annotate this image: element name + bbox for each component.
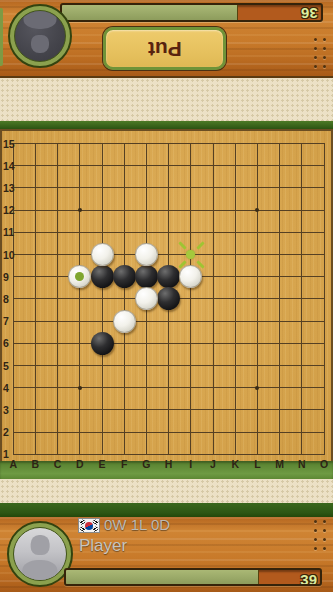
star-point (255, 208, 259, 212)
rivet-dot (323, 65, 326, 68)
bottom-panel-top-edge (0, 503, 333, 517)
row-label: 3 (3, 404, 16, 416)
row-label: 14 (3, 160, 16, 172)
grid-line-h (13, 409, 325, 410)
col-label: C (51, 458, 65, 470)
top-timer-bar: 36 (60, 3, 323, 22)
top-timer-value: 36 (301, 6, 318, 21)
app-screen: 36 Put 151413121110987654321ABCDEFGHIJKL… (0, 0, 333, 592)
col-label: L (250, 458, 264, 470)
col-label: D (73, 458, 87, 470)
row-label: 8 (3, 293, 16, 305)
board-frame-top (0, 121, 333, 129)
row-label: 2 (3, 426, 16, 438)
black-stone (157, 265, 180, 288)
rivet-dot (314, 547, 317, 550)
black-stone (113, 265, 136, 288)
star-point (78, 208, 82, 212)
rivet-dot (314, 56, 317, 59)
bottom-timer-value: 39 (300, 572, 317, 586)
row-label: 15 (3, 138, 16, 150)
col-label: E (95, 458, 109, 470)
placement-cursor-dot (186, 250, 195, 259)
rivet-dot (314, 538, 317, 541)
row-label: 4 (3, 382, 16, 394)
white-stone (135, 287, 158, 310)
row-label: 9 (3, 271, 16, 283)
bottom-timer-fill (66, 570, 259, 584)
col-label: F (117, 458, 131, 470)
white-stone (113, 310, 136, 333)
row-label: 10 (3, 249, 16, 261)
col-label: K (228, 458, 242, 470)
rivet-dot (323, 529, 326, 532)
row-label: 7 (3, 315, 16, 327)
rivet-dot (314, 520, 317, 523)
south-korea-flag-icon (78, 518, 100, 533)
person-silhouette-icon (14, 528, 66, 580)
row-label: 6 (3, 337, 16, 349)
rivet-dot (323, 47, 326, 50)
row-label: 12 (3, 204, 16, 216)
bottom-timer-bar: 39 (64, 568, 322, 586)
white-stone (135, 243, 158, 266)
white-stone (91, 243, 114, 266)
grid-line-v (301, 144, 302, 456)
black-stone (157, 287, 180, 310)
rivet-dot (323, 38, 326, 41)
rivet-dot (323, 520, 326, 523)
grid-line-h (13, 432, 325, 433)
star-point (78, 386, 82, 390)
put-button[interactable]: Put (103, 27, 226, 70)
black-stone (91, 332, 114, 355)
background-strip-lower (0, 479, 333, 503)
col-label: N (295, 458, 309, 470)
white-stone (179, 265, 202, 288)
background-strip-upper (0, 78, 333, 121)
col-label: M (273, 458, 287, 470)
grid-line-v (324, 144, 325, 456)
col-label: O (317, 458, 331, 470)
star-point (255, 386, 259, 390)
person-silhouette-icon (15, 11, 65, 61)
row-label: 13 (3, 182, 16, 194)
rivet-dot (314, 47, 317, 50)
rivet-dot (323, 538, 326, 541)
black-stone (135, 265, 158, 288)
black-stone (91, 265, 114, 288)
rivet-dot (323, 56, 326, 59)
rivet-dot (314, 529, 317, 532)
top-player-panel: 36 Put (0, 0, 333, 78)
top-player-avatar (8, 4, 72, 68)
go-board[interactable]: 151413121110987654321ABCDEFGHIJKLMNO (0, 129, 333, 461)
placement-cursor-corner (196, 241, 204, 249)
rivet-dot (314, 38, 317, 41)
top-timer-fill (62, 5, 238, 20)
col-label: I (184, 458, 198, 470)
col-label: H (162, 458, 176, 470)
player-name: Player (79, 536, 127, 556)
col-label: G (139, 458, 153, 470)
col-label: A (6, 458, 20, 470)
panel-edge-decoration (0, 8, 3, 66)
rivet-dot (314, 65, 317, 68)
col-label: J (206, 458, 220, 470)
put-button-label: Put (148, 37, 182, 61)
col-label: B (28, 458, 42, 470)
rivet-dot (323, 547, 326, 550)
row-label: 5 (3, 360, 16, 372)
placement-cursor-corner (178, 241, 186, 249)
grid-line-h (13, 454, 325, 455)
player-record: 0W 1L 0D (104, 516, 170, 533)
row-label: 11 (3, 226, 16, 238)
